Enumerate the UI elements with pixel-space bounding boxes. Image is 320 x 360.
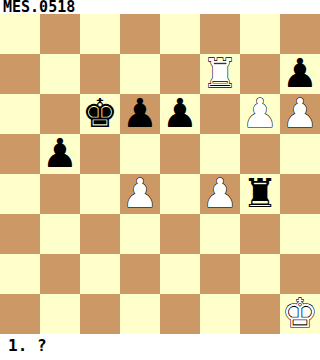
square-a4[interactable]	[0, 174, 40, 214]
square-a7[interactable]	[0, 54, 40, 94]
square-f1[interactable]	[200, 294, 240, 334]
square-b4[interactable]	[40, 174, 80, 214]
white-pawn-piece[interactable]: ♟︎	[202, 173, 238, 213]
square-d1[interactable]	[120, 294, 160, 334]
black-king-piece[interactable]: ♚︎	[82, 93, 118, 133]
square-f7[interactable]: ♜︎	[200, 54, 240, 94]
move-prompt: 1. ?	[8, 336, 47, 355]
square-b2[interactable]	[40, 254, 80, 294]
square-b5[interactable]: ♟︎	[40, 134, 80, 174]
white-pawn-piece[interactable]: ♟︎	[282, 93, 318, 133]
white-rook-piece[interactable]: ♜︎	[202, 53, 238, 93]
square-e1[interactable]	[160, 294, 200, 334]
square-e7[interactable]	[160, 54, 200, 94]
square-b3[interactable]	[40, 214, 80, 254]
square-a8[interactable]	[0, 14, 40, 54]
square-h8[interactable]	[280, 14, 320, 54]
square-f4[interactable]: ♟︎	[200, 174, 240, 214]
square-c8[interactable]	[80, 14, 120, 54]
square-d8[interactable]	[120, 14, 160, 54]
square-c7[interactable]	[80, 54, 120, 94]
square-a5[interactable]	[0, 134, 40, 174]
square-b8[interactable]	[40, 14, 80, 54]
square-h6[interactable]: ♟︎	[280, 94, 320, 134]
square-d4[interactable]: ♟︎	[120, 174, 160, 214]
square-e2[interactable]	[160, 254, 200, 294]
black-rook-piece[interactable]: ♜︎	[242, 173, 278, 213]
white-pawn-piece[interactable]: ♟︎	[122, 173, 158, 213]
square-g5[interactable]	[240, 134, 280, 174]
white-pawn-piece[interactable]: ♟︎	[242, 93, 278, 133]
square-h5[interactable]	[280, 134, 320, 174]
chess-board: ♜︎♟︎♚︎♟︎♟︎♟︎♟︎♟︎♟︎♟︎♜︎♚︎	[0, 14, 320, 334]
square-c6[interactable]: ♚︎	[80, 94, 120, 134]
square-a6[interactable]	[0, 94, 40, 134]
white-king-piece[interactable]: ♚︎	[282, 293, 318, 333]
black-pawn-piece[interactable]: ♟︎	[162, 93, 198, 133]
square-c1[interactable]	[80, 294, 120, 334]
square-g2[interactable]	[240, 254, 280, 294]
square-f8[interactable]	[200, 14, 240, 54]
square-e3[interactable]	[160, 214, 200, 254]
square-b6[interactable]	[40, 94, 80, 134]
title-bar: MES.0518	[0, 0, 320, 14]
square-h3[interactable]	[280, 214, 320, 254]
square-h2[interactable]	[280, 254, 320, 294]
square-g7[interactable]	[240, 54, 280, 94]
square-d5[interactable]	[120, 134, 160, 174]
square-f2[interactable]	[200, 254, 240, 294]
square-e4[interactable]	[160, 174, 200, 214]
square-g1[interactable]	[240, 294, 280, 334]
square-h4[interactable]	[280, 174, 320, 214]
square-d2[interactable]	[120, 254, 160, 294]
square-d7[interactable]	[120, 54, 160, 94]
square-c4[interactable]	[80, 174, 120, 214]
square-c3[interactable]	[80, 214, 120, 254]
square-a1[interactable]	[0, 294, 40, 334]
square-g3[interactable]	[240, 214, 280, 254]
square-h7[interactable]: ♟︎	[280, 54, 320, 94]
status-bar: 1. ?	[0, 334, 320, 360]
square-b7[interactable]	[40, 54, 80, 94]
black-pawn-piece[interactable]: ♟︎	[122, 93, 158, 133]
square-e8[interactable]	[160, 14, 200, 54]
black-pawn-piece[interactable]: ♟︎	[42, 133, 78, 173]
square-d3[interactable]	[120, 214, 160, 254]
square-h1[interactable]: ♚︎	[280, 294, 320, 334]
square-e6[interactable]: ♟︎	[160, 94, 200, 134]
square-c2[interactable]	[80, 254, 120, 294]
black-pawn-piece[interactable]: ♟︎	[282, 53, 318, 93]
square-a2[interactable]	[0, 254, 40, 294]
square-d6[interactable]: ♟︎	[120, 94, 160, 134]
square-c5[interactable]	[80, 134, 120, 174]
square-a3[interactable]	[0, 214, 40, 254]
square-f5[interactable]	[200, 134, 240, 174]
square-b1[interactable]	[40, 294, 80, 334]
square-f3[interactable]	[200, 214, 240, 254]
square-g4[interactable]: ♜︎	[240, 174, 280, 214]
square-f6[interactable]	[200, 94, 240, 134]
square-g6[interactable]: ♟︎	[240, 94, 280, 134]
chess-program-window: MES.0518 ♜︎♟︎♚︎♟︎♟︎♟︎♟︎♟︎♟︎♟︎♜︎♚︎ 1. ?	[0, 0, 320, 360]
square-e5[interactable]	[160, 134, 200, 174]
square-g8[interactable]	[240, 14, 280, 54]
